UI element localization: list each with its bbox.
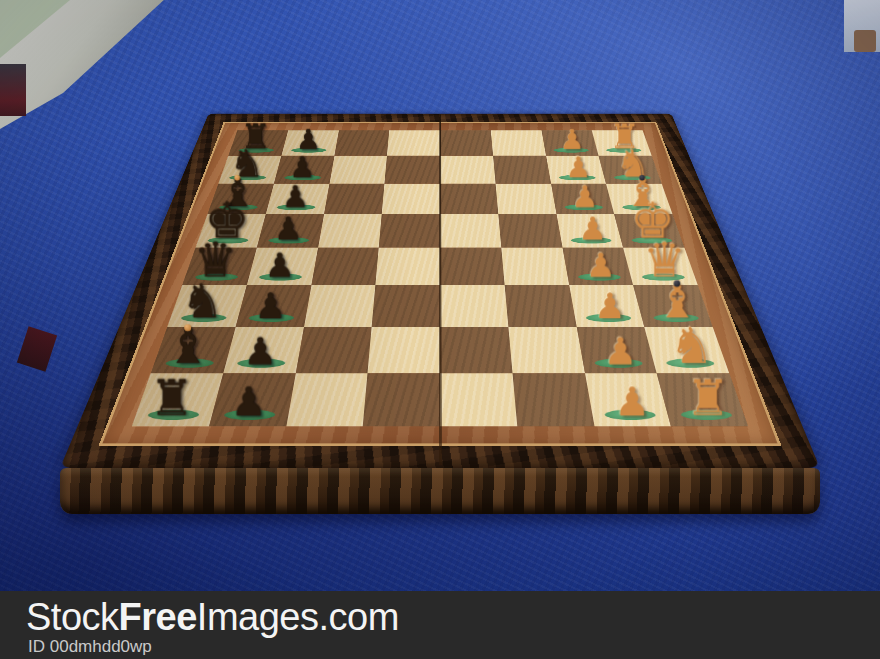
square-e7: ♟	[257, 214, 324, 248]
chessboard-scene: ♜♟♟♜♞♟♟♞♝♟♟♝♚♟♟♚♛♟♟♛♞♟♟♝♝♟♟♞♜♟♟♜	[45, 5, 835, 514]
square-c5	[372, 285, 440, 327]
black-pawn-f7: ♟	[266, 183, 324, 211]
black-pawn-e7: ♟	[257, 215, 318, 244]
watermark-free: Free	[119, 596, 197, 638]
square-e5	[379, 214, 440, 248]
square-b5	[368, 327, 440, 374]
watermark-images: Images.com	[197, 596, 399, 638]
square-b2: ♟	[576, 327, 657, 374]
black-pawn-a7: ♟	[210, 385, 287, 422]
square-b7: ♟	[223, 327, 304, 374]
watermark-bar: StockFreeImages.com ID 00dmhdd0wp	[0, 591, 880, 659]
white-pawn-c2: ♟	[576, 290, 644, 322]
black-pawn-c7: ♟	[236, 290, 304, 322]
square-d3	[501, 248, 569, 285]
square-h3	[491, 130, 546, 155]
square-a6	[286, 373, 368, 426]
bishop-finial-ball	[235, 175, 241, 181]
square-f6	[324, 183, 385, 214]
square-f5	[382, 183, 440, 214]
brown-background-bit	[854, 30, 876, 52]
square-b1: ♞	[644, 327, 729, 374]
black-pawn-g7: ♟	[274, 154, 329, 180]
square-e2: ♟	[556, 214, 623, 248]
chessboard: ♜♟♟♜♞♟♟♞♝♟♟♝♚♟♟♚♛♟♟♛♞♟♟♝♝♟♟♞♜♟♟♜	[60, 114, 820, 468]
square-g4	[440, 156, 495, 184]
square-c4	[440, 285, 508, 327]
white-pawn-e2: ♟	[562, 215, 623, 244]
white-pawn-g2: ♟	[550, 154, 605, 180]
square-h6	[334, 130, 389, 155]
white-knight-b1: ♞	[656, 323, 728, 369]
square-f3	[495, 183, 556, 214]
square-b6	[295, 327, 371, 374]
square-b3	[508, 327, 584, 374]
watermark-image-id: ID 00dmhdd0wp	[28, 637, 152, 657]
white-pawn-b2: ♟	[584, 334, 656, 368]
square-a7: ♟	[209, 373, 295, 426]
square-g5	[385, 156, 440, 184]
black-rook-a8: ♜	[133, 376, 210, 421]
square-a4	[440, 373, 517, 426]
square-c2: ♟	[569, 285, 645, 327]
carved-wood-frame: ♜♟♟♜♞♟♟♞♝♟♟♝♚♟♟♚♛♟♟♛♞♟♟♝♝♟♟♞♜♟♟♜	[60, 114, 820, 468]
square-b4	[440, 327, 512, 374]
square-d5	[376, 248, 440, 285]
white-rook-a1: ♜	[670, 376, 747, 421]
black-pawn-b7: ♟	[224, 334, 296, 368]
square-b8: ♝	[151, 327, 236, 374]
square-d6	[311, 248, 379, 285]
bishop-finial-ball	[674, 280, 681, 287]
square-g3	[493, 156, 551, 184]
square-e4	[440, 214, 501, 248]
white-pawn-d2: ♟	[568, 251, 632, 282]
square-a3	[512, 373, 594, 426]
square-f4	[440, 183, 498, 214]
square-f2: ♟	[551, 183, 615, 214]
bishop-finial-ball	[185, 324, 192, 331]
square-a8: ♜	[132, 373, 223, 426]
chessboard-photo: ♜♟♟♜♞♟♟♞♝♟♟♝♚♟♟♚♛♟♟♛♞♟♟♝♝♟♟♞♜♟♟♜ StockFr…	[0, 0, 880, 659]
black-pawn-d7: ♟	[248, 251, 312, 282]
bishop-finial-ball	[640, 175, 646, 181]
square-a5	[363, 373, 440, 426]
white-pawn-a2: ♟	[593, 385, 670, 422]
square-d7: ♟	[247, 248, 318, 285]
square-h4	[440, 130, 493, 155]
square-c6	[304, 285, 376, 327]
maroon-background-object	[0, 64, 26, 116]
square-h5	[387, 130, 440, 155]
black-bishop-b8: ♝	[152, 323, 224, 369]
square-e3	[498, 214, 562, 248]
square-e6	[318, 214, 382, 248]
square-d4	[440, 248, 504, 285]
square-c3	[504, 285, 576, 327]
square-f7: ♟	[266, 183, 330, 214]
square-g6	[329, 156, 387, 184]
white-pawn-f2: ♟	[556, 183, 614, 211]
watermark-stock: Stock	[26, 596, 119, 638]
watermark-site-text: StockFreeImages.com	[26, 596, 399, 639]
square-c7: ♟	[236, 285, 312, 327]
frame-near-face	[60, 468, 820, 514]
square-a1: ♜	[657, 373, 748, 426]
square-d2: ♟	[562, 248, 633, 285]
